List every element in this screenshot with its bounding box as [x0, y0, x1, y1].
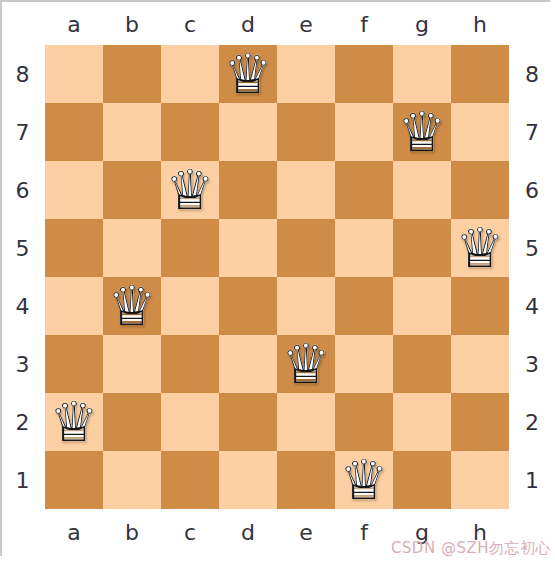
square-f3: [335, 335, 393, 393]
rank-label-left-3: 3: [0, 335, 45, 393]
queen-icon: ♕: [219, 45, 277, 103]
square-f8: [335, 45, 393, 103]
file-label-bottom-a: a: [45, 510, 103, 554]
square-h4: [451, 277, 509, 335]
square-b7: [103, 103, 161, 161]
square-a1: [45, 451, 103, 509]
file-label-bottom-f: f: [335, 510, 393, 554]
rank-label-right-8: 8: [509, 45, 555, 103]
square-e6: [277, 161, 335, 219]
square-d8: ♛♕: [219, 45, 277, 103]
piece-white-queen-b4: ♛♕: [103, 277, 161, 335]
rank-label-right-2: 2: [509, 393, 555, 451]
queen-icon: ♕: [451, 219, 509, 277]
square-e5: [277, 219, 335, 277]
file-label-top-b: b: [103, 4, 161, 44]
square-c1: [161, 451, 219, 509]
square-a7: [45, 103, 103, 161]
file-label-top-f: f: [335, 4, 393, 44]
queen-icon: ♕: [103, 277, 161, 335]
square-f6: [335, 161, 393, 219]
square-f1: ♛♕: [335, 451, 393, 509]
queen-icon: ♕: [45, 393, 103, 451]
rank-label-left-8: 8: [0, 45, 45, 103]
square-h8: [451, 45, 509, 103]
square-h2: [451, 393, 509, 451]
square-e2: [277, 393, 335, 451]
square-f5: [335, 219, 393, 277]
rank-label-right-1: 1: [509, 451, 555, 509]
square-a3: [45, 335, 103, 393]
piece-white-queen-a2: ♛♕: [45, 393, 103, 451]
file-label-bottom-e: e: [277, 510, 335, 554]
queen-icon: ♕: [393, 103, 451, 161]
square-g4: [393, 277, 451, 335]
rank-label-left-6: 6: [0, 161, 45, 219]
square-d2: [219, 393, 277, 451]
square-g3: [393, 335, 451, 393]
square-a8: [45, 45, 103, 103]
square-g7: ♛♕: [393, 103, 451, 161]
square-e1: [277, 451, 335, 509]
square-d6: [219, 161, 277, 219]
file-label-bottom-b: b: [103, 510, 161, 554]
square-b1: [103, 451, 161, 509]
square-h6: [451, 161, 509, 219]
rank-label-left-4: 4: [0, 277, 45, 335]
rank-label-right-7: 7: [509, 103, 555, 161]
square-g1: [393, 451, 451, 509]
square-c5: [161, 219, 219, 277]
square-f2: [335, 393, 393, 451]
square-a2: ♛♕: [45, 393, 103, 451]
rank-label-right-6: 6: [509, 161, 555, 219]
square-b3: [103, 335, 161, 393]
square-a6: [45, 161, 103, 219]
square-e7: [277, 103, 335, 161]
queen-icon: ♕: [335, 451, 393, 509]
square-h5: ♛♕: [451, 219, 509, 277]
square-g6: [393, 161, 451, 219]
rank-label-right-4: 4: [509, 277, 555, 335]
square-h1: [451, 451, 509, 509]
file-label-top-d: d: [219, 4, 277, 44]
rank-label-left-7: 7: [0, 103, 45, 161]
rank-label-left-2: 2: [0, 393, 45, 451]
piece-white-queen-h5: ♛♕: [451, 219, 509, 277]
square-c8: [161, 45, 219, 103]
piece-white-queen-f1: ♛♕: [335, 451, 393, 509]
rank-label-right-5: 5: [509, 219, 555, 277]
square-c4: [161, 277, 219, 335]
square-b4: ♛♕: [103, 277, 161, 335]
square-c2: [161, 393, 219, 451]
square-h3: [451, 335, 509, 393]
square-d5: [219, 219, 277, 277]
piece-white-queen-e3: ♛♕: [277, 335, 335, 393]
square-f7: [335, 103, 393, 161]
square-g5: [393, 219, 451, 277]
frame-border-top: [0, 0, 550, 2]
piece-white-queen-g7: ♛♕: [393, 103, 451, 161]
square-c7: [161, 103, 219, 161]
square-f4: [335, 277, 393, 335]
rank-label-left-5: 5: [0, 219, 45, 277]
square-d3: [219, 335, 277, 393]
piece-white-queen-d8: ♛♕: [219, 45, 277, 103]
square-c6: ♛♕: [161, 161, 219, 219]
file-label-top-a: a: [45, 4, 103, 44]
square-c3: [161, 335, 219, 393]
square-e8: [277, 45, 335, 103]
square-b8: [103, 45, 161, 103]
square-d7: [219, 103, 277, 161]
file-labels-top: abcdefgh: [45, 4, 509, 44]
square-g8: [393, 45, 451, 103]
chessboard-diagram: abcdefgh 87654321 ♛♕♛♕♛♕♛♕♛♕♛♕♛♕♛♕ 87654…: [0, 0, 555, 565]
rank-labels-left: 87654321: [0, 45, 45, 509]
rank-label-right-3: 3: [509, 335, 555, 393]
file-label-bottom-c: c: [161, 510, 219, 554]
file-label-top-g: g: [393, 4, 451, 44]
file-label-top-h: h: [451, 4, 509, 44]
square-d4: [219, 277, 277, 335]
square-h7: [451, 103, 509, 161]
queen-icon: ♕: [277, 335, 335, 393]
square-e3: ♛♕: [277, 335, 335, 393]
file-label-top-e: e: [277, 4, 335, 44]
square-g2: [393, 393, 451, 451]
rank-label-left-1: 1: [0, 451, 45, 509]
square-a5: [45, 219, 103, 277]
square-b2: [103, 393, 161, 451]
file-label-bottom-d: d: [219, 510, 277, 554]
chess-board: ♛♕♛♕♛♕♛♕♛♕♛♕♛♕♛♕: [45, 45, 509, 509]
queen-icon: ♕: [161, 161, 219, 219]
piece-white-queen-c6: ♛♕: [161, 161, 219, 219]
square-d1: [219, 451, 277, 509]
square-b6: [103, 161, 161, 219]
square-e4: [277, 277, 335, 335]
watermark: CSDN @SZH勿忘初心: [391, 539, 551, 558]
square-b5: [103, 219, 161, 277]
file-label-top-c: c: [161, 4, 219, 44]
square-a4: [45, 277, 103, 335]
rank-labels-right: 87654321: [509, 45, 555, 509]
